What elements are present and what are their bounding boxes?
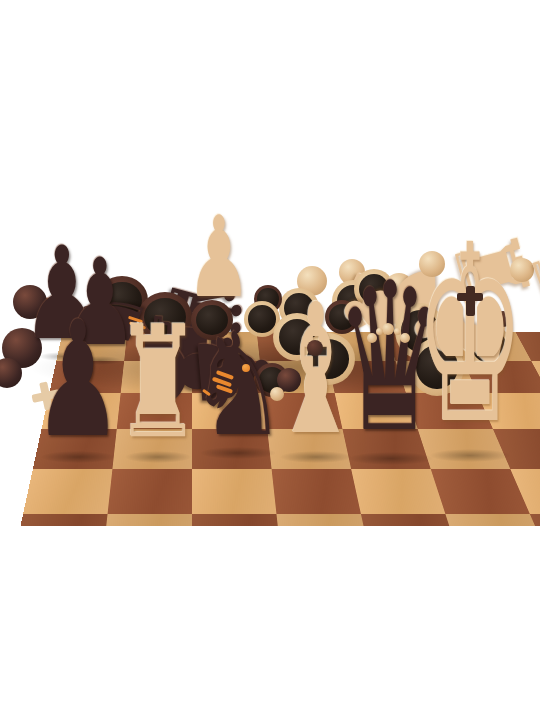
queen-crown-ball bbox=[382, 323, 394, 335]
knight-eye-dot bbox=[242, 364, 250, 372]
foreground-dark-pawn: ♟ bbox=[34, 300, 123, 460]
queen-crown-ball bbox=[367, 333, 377, 343]
pieces-layer: ♛♜♟♟♞♟♟♟♟♟♜♝♜♟♜♞♝♛♚ bbox=[0, 0, 540, 526]
queen-crown-ball bbox=[376, 328, 383, 335]
king-dark-cross bbox=[466, 286, 475, 316]
queen-crown-ball bbox=[394, 328, 401, 335]
foreground-light-king: ♚ bbox=[415, 213, 525, 458]
queen-crown-ball bbox=[400, 333, 410, 343]
bishop-dark-finial bbox=[307, 340, 323, 356]
king-dark-cross bbox=[457, 293, 483, 301]
photo-area: ♛♜♟♟♞♟♟♟♟♟♜♝♜♟♜♞♝♛♚ bbox=[0, 0, 540, 526]
chess-set-product-photo: ♛♜♟♟♞♟♟♟♟♟♜♝♜♟♜♞♝♛♚ bbox=[0, 0, 540, 720]
